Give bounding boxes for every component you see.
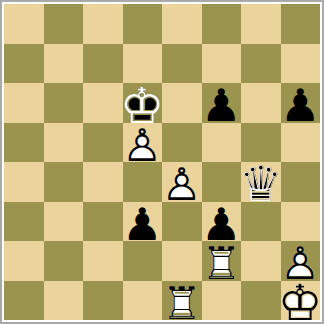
square-h6[interactable]: ♟ [281, 83, 321, 123]
square-d4[interactable] [123, 162, 163, 202]
square-g2[interactable] [241, 241, 281, 281]
square-e5[interactable] [162, 123, 202, 163]
square-d6[interactable]: ♚♔ [123, 83, 163, 123]
square-c4[interactable] [83, 162, 123, 202]
piece-fill-layer: ♛ [241, 165, 281, 205]
piece-fill-layer: ♟ [281, 244, 321, 284]
piece-outline-layer: ♖ [162, 284, 202, 324]
square-a5[interactable] [4, 123, 44, 163]
square-h3[interactable] [281, 202, 321, 242]
piece-black-pawn[interactable]: ♟ [281, 83, 321, 123]
square-c3[interactable] [83, 202, 123, 242]
piece-outline-layer: ♔ [281, 284, 321, 324]
square-c8[interactable] [83, 4, 123, 44]
square-e7[interactable] [162, 44, 202, 84]
piece-white-pawn[interactable]: ♟♙ [281, 241, 321, 281]
piece-outline-layer: ♙ [162, 165, 202, 205]
piece-outline-layer: ♔ [123, 86, 163, 126]
square-e1[interactable]: ♜♖ [162, 281, 202, 321]
square-b8[interactable] [44, 4, 84, 44]
piece-fill-layer: ♜ [162, 284, 202, 324]
square-g7[interactable] [241, 44, 281, 84]
square-a2[interactable] [4, 241, 44, 281]
square-e6[interactable] [162, 83, 202, 123]
board-frame-inner: ♚♔♟♟♟♙♟♙♛♕♟♟♜♖♟♙♜♖♚♔ [2, 2, 322, 322]
square-a6[interactable] [4, 83, 44, 123]
square-d8[interactable] [123, 4, 163, 44]
square-g3[interactable] [241, 202, 281, 242]
piece-fill-layer: ♟ [123, 205, 163, 245]
square-c7[interactable] [83, 44, 123, 84]
square-f1[interactable] [202, 281, 242, 321]
piece-fill-layer: ♟ [162, 165, 202, 205]
square-c1[interactable] [83, 281, 123, 321]
square-b1[interactable] [44, 281, 84, 321]
piece-fill-layer: ♚ [123, 86, 163, 126]
square-d1[interactable] [123, 281, 163, 321]
square-b7[interactable] [44, 44, 84, 84]
piece-black-pawn[interactable]: ♟ [123, 202, 163, 242]
piece-white-pawn[interactable]: ♟♙ [162, 162, 202, 202]
square-d3[interactable]: ♟ [123, 202, 163, 242]
square-g5[interactable] [241, 123, 281, 163]
square-g6[interactable] [241, 83, 281, 123]
piece-outline-layer: ♕ [241, 165, 281, 205]
piece-white-pawn[interactable]: ♟♙ [123, 123, 163, 163]
square-b3[interactable] [44, 202, 84, 242]
square-h7[interactable] [281, 44, 321, 84]
square-b5[interactable] [44, 123, 84, 163]
piece-fill-layer: ♟ [202, 86, 242, 126]
piece-fill-layer: ♚ [281, 284, 321, 324]
piece-white-rook[interactable]: ♜♖ [162, 281, 202, 321]
square-a1[interactable] [4, 281, 44, 321]
square-a4[interactable] [4, 162, 44, 202]
square-e2[interactable] [162, 241, 202, 281]
piece-white-rook[interactable]: ♜♖ [202, 241, 242, 281]
square-d7[interactable] [123, 44, 163, 84]
square-h8[interactable] [281, 4, 321, 44]
square-f2[interactable]: ♜♖ [202, 241, 242, 281]
square-d2[interactable] [123, 241, 163, 281]
piece-black-king[interactable]: ♚♔ [123, 83, 163, 123]
square-h4[interactable] [281, 162, 321, 202]
piece-fill-layer: ♜ [202, 244, 242, 284]
piece-white-king[interactable]: ♚♔ [281, 281, 321, 321]
piece-black-queen[interactable]: ♛♕ [241, 162, 281, 202]
piece-outline-layer: ♖ [202, 244, 242, 284]
square-g4[interactable]: ♛♕ [241, 162, 281, 202]
square-f5[interactable] [202, 123, 242, 163]
square-h5[interactable] [281, 123, 321, 163]
piece-outline-layer: ♙ [123, 126, 163, 166]
square-f6[interactable]: ♟ [202, 83, 242, 123]
square-b2[interactable] [44, 241, 84, 281]
square-f8[interactable] [202, 4, 242, 44]
square-a8[interactable] [4, 4, 44, 44]
square-c5[interactable] [83, 123, 123, 163]
square-h1[interactable]: ♚♔ [281, 281, 321, 321]
square-d5[interactable]: ♟♙ [123, 123, 163, 163]
square-e8[interactable] [162, 4, 202, 44]
piece-fill-layer: ♟ [123, 126, 163, 166]
square-f3[interactable]: ♟ [202, 202, 242, 242]
square-c2[interactable] [83, 241, 123, 281]
square-f7[interactable] [202, 44, 242, 84]
square-g8[interactable] [241, 4, 281, 44]
square-e3[interactable] [162, 202, 202, 242]
board-frame: ♚♔♟♟♟♙♟♙♛♕♟♟♜♖♟♙♜♖♚♔ [0, 0, 324, 324]
square-b4[interactable] [44, 162, 84, 202]
square-f4[interactable] [202, 162, 242, 202]
square-a7[interactable] [4, 44, 44, 84]
piece-outline-layer: ♙ [281, 244, 321, 284]
piece-black-pawn[interactable]: ♟ [202, 202, 242, 242]
piece-fill-layer: ♟ [202, 205, 242, 245]
square-c6[interactable] [83, 83, 123, 123]
piece-black-pawn[interactable]: ♟ [202, 83, 242, 123]
square-h2[interactable]: ♟♙ [281, 241, 321, 281]
square-e4[interactable]: ♟♙ [162, 162, 202, 202]
piece-fill-layer: ♟ [281, 86, 321, 126]
square-g1[interactable] [241, 281, 281, 321]
square-a3[interactable] [4, 202, 44, 242]
square-b6[interactable] [44, 83, 84, 123]
chess-board: ♚♔♟♟♟♙♟♙♛♕♟♟♜♖♟♙♜♖♚♔ [4, 4, 320, 320]
